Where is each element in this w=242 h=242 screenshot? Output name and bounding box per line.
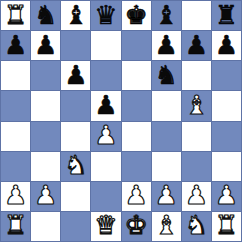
square-h2[interactable]: ♟ bbox=[212, 182, 241, 211]
square-h8[interactable]: ♜ bbox=[212, 1, 241, 30]
white-king-e1[interactable]: ♚ bbox=[124, 212, 147, 238]
white-pawn-b2[interactable]: ♟ bbox=[34, 182, 57, 208]
black-pawn-h7[interactable]: ♟ bbox=[215, 32, 238, 58]
square-d7[interactable] bbox=[91, 31, 120, 60]
square-g3[interactable] bbox=[182, 152, 211, 181]
square-f2[interactable]: ♟ bbox=[152, 182, 181, 211]
square-g8[interactable] bbox=[182, 1, 211, 30]
chess-board: ♜♞♝♛♚♝♜♟♟♟♟♟♟♞♟♝♟♞♟♟♟♟♟♟♜♛♚♝♞♜ bbox=[0, 0, 242, 242]
square-d1[interactable]: ♛ bbox=[91, 212, 120, 241]
square-b7[interactable]: ♟ bbox=[31, 31, 60, 60]
square-b4[interactable] bbox=[31, 122, 60, 151]
square-b5[interactable] bbox=[31, 91, 60, 120]
white-rook-a1[interactable]: ♜ bbox=[4, 212, 27, 238]
square-d8[interactable]: ♛ bbox=[91, 1, 120, 30]
square-h5[interactable] bbox=[212, 91, 241, 120]
square-f6[interactable]: ♞ bbox=[152, 61, 181, 90]
square-a2[interactable]: ♟ bbox=[1, 182, 30, 211]
square-b1[interactable] bbox=[31, 212, 60, 241]
black-bishop-c8[interactable]: ♝ bbox=[64, 2, 87, 28]
square-g5[interactable]: ♝ bbox=[182, 91, 211, 120]
white-bishop-f1[interactable]: ♝ bbox=[155, 212, 178, 238]
white-pawn-a2[interactable]: ♟ bbox=[4, 182, 27, 208]
white-knight-g1[interactable]: ♞ bbox=[185, 212, 208, 238]
square-g6[interactable] bbox=[182, 61, 211, 90]
square-e2[interactable]: ♟ bbox=[122, 182, 151, 211]
square-d4[interactable]: ♟ bbox=[91, 122, 120, 151]
square-g2[interactable]: ♟ bbox=[182, 182, 211, 211]
black-knight-f6[interactable]: ♞ bbox=[155, 62, 178, 88]
square-f7[interactable]: ♟ bbox=[152, 31, 181, 60]
square-e8[interactable]: ♚ bbox=[122, 1, 151, 30]
white-pawn-f2[interactable]: ♟ bbox=[155, 182, 178, 208]
white-rook-a8[interactable]: ♜ bbox=[4, 2, 27, 28]
square-a6[interactable] bbox=[1, 61, 30, 90]
square-f5[interactable] bbox=[152, 91, 181, 120]
square-c3[interactable]: ♞ bbox=[61, 152, 90, 181]
white-pawn-e2[interactable]: ♟ bbox=[124, 182, 147, 208]
square-a5[interactable] bbox=[1, 91, 30, 120]
black-knight-b8[interactable]: ♞ bbox=[34, 2, 57, 28]
square-a1[interactable]: ♜ bbox=[1, 212, 30, 241]
square-c7[interactable] bbox=[61, 31, 90, 60]
square-h3[interactable] bbox=[212, 152, 241, 181]
black-pawn-f7[interactable]: ♟ bbox=[155, 32, 178, 58]
square-a3[interactable] bbox=[1, 152, 30, 181]
white-pawn-g2[interactable]: ♟ bbox=[185, 182, 208, 208]
black-pawn-d5[interactable]: ♟ bbox=[94, 92, 117, 118]
square-b6[interactable] bbox=[31, 61, 60, 90]
black-rook-h8[interactable]: ♜ bbox=[215, 2, 238, 28]
square-f3[interactable] bbox=[152, 152, 181, 181]
square-a8[interactable]: ♜ bbox=[1, 1, 30, 30]
square-e3[interactable] bbox=[122, 152, 151, 181]
square-h7[interactable]: ♟ bbox=[212, 31, 241, 60]
square-c5[interactable] bbox=[61, 91, 90, 120]
square-c1[interactable] bbox=[61, 212, 90, 241]
square-e4[interactable] bbox=[122, 122, 151, 151]
square-c4[interactable] bbox=[61, 122, 90, 151]
white-rook-h1[interactable]: ♜ bbox=[215, 212, 238, 238]
square-h1[interactable]: ♜ bbox=[212, 212, 241, 241]
black-queen-d8[interactable]: ♛ bbox=[94, 2, 117, 28]
black-pawn-a7[interactable]: ♟ bbox=[4, 32, 27, 58]
white-knight-c3[interactable]: ♞ bbox=[64, 152, 87, 178]
black-king-e8[interactable]: ♚ bbox=[124, 2, 147, 28]
square-d2[interactable] bbox=[91, 182, 120, 211]
square-a4[interactable] bbox=[1, 122, 30, 151]
white-pawn-h2[interactable]: ♟ bbox=[215, 182, 238, 208]
square-f1[interactable]: ♝ bbox=[152, 212, 181, 241]
square-c6[interactable]: ♟ bbox=[61, 61, 90, 90]
white-pawn-d4[interactable]: ♟ bbox=[94, 122, 117, 148]
square-f8[interactable]: ♝ bbox=[152, 1, 181, 30]
square-e5[interactable] bbox=[122, 91, 151, 120]
square-f4[interactable] bbox=[152, 122, 181, 151]
square-b8[interactable]: ♞ bbox=[31, 1, 60, 30]
black-pawn-g7[interactable]: ♟ bbox=[185, 32, 208, 58]
square-g4[interactable] bbox=[182, 122, 211, 151]
square-d5[interactable]: ♟ bbox=[91, 91, 120, 120]
square-c8[interactable]: ♝ bbox=[61, 1, 90, 30]
square-d6[interactable] bbox=[91, 61, 120, 90]
square-e6[interactable] bbox=[122, 61, 151, 90]
square-c2[interactable] bbox=[61, 182, 90, 211]
white-bishop-g5[interactable]: ♝ bbox=[185, 92, 208, 118]
black-pawn-b7[interactable]: ♟ bbox=[34, 32, 57, 58]
square-g1[interactable]: ♞ bbox=[182, 212, 211, 241]
square-g7[interactable]: ♟ bbox=[182, 31, 211, 60]
square-a7[interactable]: ♟ bbox=[1, 31, 30, 60]
square-e7[interactable] bbox=[122, 31, 151, 60]
square-e1[interactable]: ♚ bbox=[122, 212, 151, 241]
square-d3[interactable] bbox=[91, 152, 120, 181]
square-h4[interactable] bbox=[212, 122, 241, 151]
square-b3[interactable] bbox=[31, 152, 60, 181]
white-queen-d1[interactable]: ♛ bbox=[94, 212, 117, 238]
black-bishop-f8[interactable]: ♝ bbox=[155, 2, 178, 28]
square-b2[interactable]: ♟ bbox=[31, 182, 60, 211]
square-h6[interactable] bbox=[212, 61, 241, 90]
black-pawn-c6[interactable]: ♟ bbox=[64, 62, 87, 88]
